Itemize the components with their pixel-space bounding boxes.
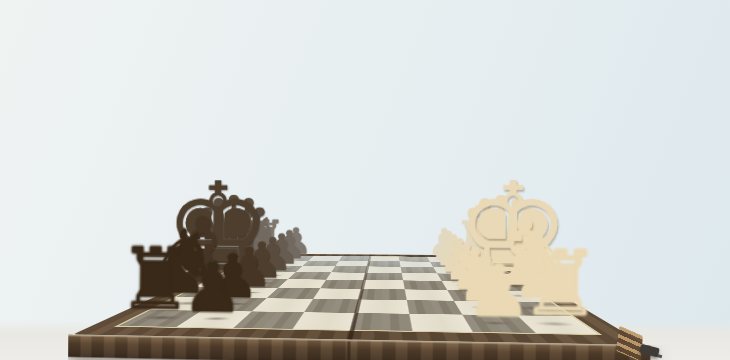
black-rook-glyph: ♜ <box>119 236 194 322</box>
piece-glyph: ♜ <box>519 239 602 329</box>
chess-board: ♜♟♟♜♞♟♟♞♝♟♟♝♛♟♟♛♚♟♟♚♝♟♟♝♞♟♟♞♜♟♟♜ <box>73 254 645 345</box>
chess-photo-scene: ♜♟♟♜♞♟♟♞♝♟♟♝♛♟♟♛♚♟♟♚♝♟♟♝♞♟♟♞♜♟♟♜ <box>0 0 730 360</box>
perspective-scene: ♜♟♟♜♞♟♟♞♝♟♟♝♛♟♟♛♚♟♟♚♝♟♟♝♞♟♟♞♜♟♟♜ <box>0 0 730 360</box>
white-rook-glyph: ♜ <box>519 239 602 329</box>
board-front-rail <box>68 334 650 360</box>
pieces-layer: ♜♟♟♜♞♟♟♞♝♟♟♝♛♟♟♛♚♟♟♚♝♟♟♝♞♟♟♞♜♟♟♜ <box>119 256 598 334</box>
piece-glyph: ♜ <box>119 236 194 322</box>
